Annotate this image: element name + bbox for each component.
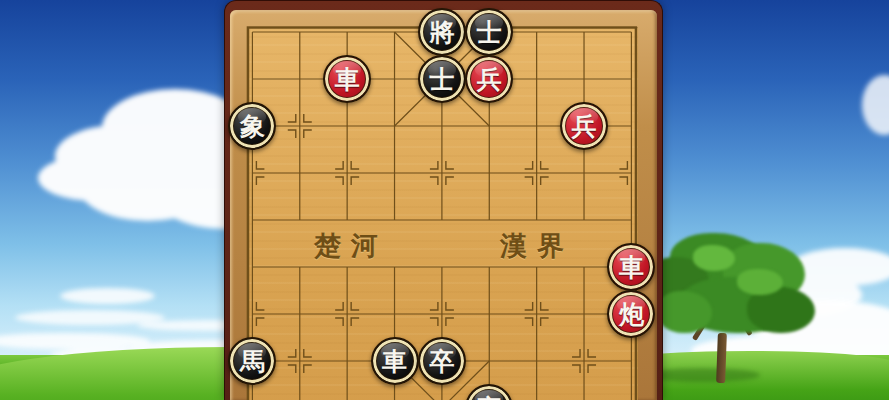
piece-red[interactable]: 車 bbox=[607, 243, 655, 291]
piece-glyph: 馬 bbox=[240, 349, 265, 374]
tree-canopy bbox=[737, 269, 783, 295]
piece-red[interactable]: 炮 bbox=[607, 290, 655, 338]
river-label-chu-he: 楚河 bbox=[296, 228, 406, 264]
cloud-left-small bbox=[15, 310, 165, 325]
piece-glyph: 士 bbox=[477, 20, 502, 45]
piece-glyph: 士 bbox=[429, 67, 454, 92]
piece-black[interactable]: 象 bbox=[228, 102, 276, 150]
piece-glyph: 卒 bbox=[429, 349, 454, 374]
river-label-han-jie: 漢界 bbox=[482, 228, 592, 264]
piece-black[interactable]: 士 bbox=[465, 8, 513, 56]
piece-black[interactable]: 馬 bbox=[228, 337, 276, 385]
piece-red[interactable]: 兵 bbox=[560, 102, 608, 150]
piece-glyph: 炮 bbox=[619, 302, 644, 327]
piece-black[interactable]: 將 bbox=[418, 8, 466, 56]
piece-glyph: 卒 bbox=[477, 396, 502, 400]
tree-canopy bbox=[657, 291, 712, 333]
piece-red[interactable]: 兵 bbox=[465, 55, 513, 103]
piece-black[interactable]: 士 bbox=[418, 55, 466, 103]
piece-glyph: 將 bbox=[429, 20, 454, 45]
piece-black[interactable]: 卒 bbox=[418, 337, 466, 385]
cloud-left-large bbox=[55, 125, 185, 187]
piece-glyph: 車 bbox=[382, 349, 407, 374]
tree-trunk bbox=[716, 333, 727, 383]
piece-glyph: 車 bbox=[619, 255, 644, 280]
piece-glyph: 象 bbox=[240, 114, 265, 139]
piece-red[interactable]: 車 bbox=[323, 55, 371, 103]
game-screen: 楚河 漢界 將士車士兵象兵車炮馬車卒卒 bbox=[0, 0, 889, 400]
piece-glyph: 兵 bbox=[477, 67, 502, 92]
tree bbox=[645, 225, 815, 385]
piece-black[interactable]: 車 bbox=[371, 337, 419, 385]
piece-glyph: 兵 bbox=[572, 114, 597, 139]
tree-canopy bbox=[693, 245, 735, 271]
cloud-left-small bbox=[60, 288, 155, 304]
piece-glyph: 車 bbox=[335, 67, 360, 92]
